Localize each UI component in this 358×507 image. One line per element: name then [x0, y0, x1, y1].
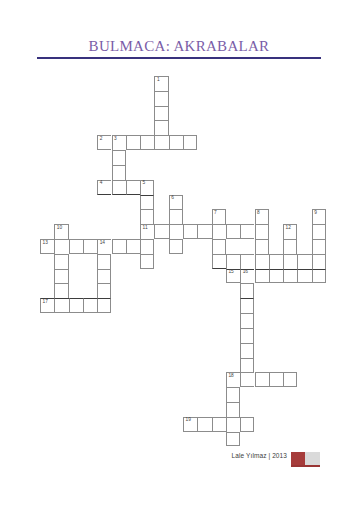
crossword-cell	[240, 372, 254, 387]
crossword-cell	[169, 224, 183, 239]
cell-number: 11	[143, 226, 148, 231]
cell-number: 16	[243, 270, 248, 275]
crossword-cell	[226, 254, 240, 269]
logo-underline-bar	[291, 465, 320, 467]
crossword-cell: 14	[97, 239, 111, 254]
crossword-cell	[169, 239, 183, 254]
crossword-cell	[255, 372, 269, 387]
crossword-cell	[226, 224, 240, 239]
crossword-cell	[255, 254, 269, 269]
cell-number: 13	[43, 241, 48, 246]
crossword-cell	[283, 239, 297, 254]
crossword-cell	[312, 239, 326, 254]
crossword-cell	[112, 150, 126, 165]
crossword-cell	[240, 254, 254, 269]
crossword-cell: 18	[226, 372, 240, 387]
crossword-cell	[126, 135, 140, 150]
crossword-cell	[54, 239, 68, 254]
crossword-cell	[54, 298, 68, 313]
crossword-cell	[140, 195, 154, 210]
crossword-cell	[226, 402, 240, 417]
crossword-cell: 16	[240, 269, 254, 284]
crossword-cell: 17	[40, 298, 54, 313]
crossword-cell	[97, 254, 111, 269]
crossword-cell	[126, 239, 140, 254]
cell-number: 9	[314, 211, 317, 216]
crossword-cell	[154, 91, 168, 106]
cell-number: 7	[214, 211, 217, 216]
crossword-cell	[240, 283, 254, 298]
crossword-cell	[255, 239, 269, 254]
crossword-cell	[269, 254, 283, 269]
crossword-cell: 9	[312, 209, 326, 224]
crossword-cell	[240, 417, 254, 432]
crossword-cell	[283, 269, 297, 284]
crossword-cell	[283, 254, 297, 269]
logo-red-square	[291, 452, 305, 465]
crossword-cell	[112, 165, 126, 180]
crossword-cell	[97, 283, 111, 298]
crossword-cell	[269, 372, 283, 387]
crossword-cell: 10	[54, 224, 68, 239]
crossword-cell	[140, 254, 154, 269]
cell-number: 18	[228, 374, 233, 379]
crossword-cell	[240, 313, 254, 328]
crossword-cell: 8	[255, 209, 269, 224]
cell-number: 15	[228, 270, 233, 275]
crossword-cell	[240, 358, 254, 373]
crossword-cell	[212, 254, 226, 269]
crossword-cell	[240, 328, 254, 343]
crossword-board: 12345678910111213141516171819	[40, 76, 327, 448]
crossword-cell	[183, 224, 197, 239]
crossword-cell	[126, 180, 140, 195]
logo-gray-square	[305, 452, 320, 465]
crossword-cell: 1	[154, 76, 168, 91]
crossword-cell	[226, 387, 240, 402]
cell-number: 1	[157, 78, 160, 83]
crossword-cell	[69, 298, 83, 313]
crossword-cell	[154, 106, 168, 121]
crossword-cell	[240, 298, 254, 313]
crossword-cell	[197, 417, 211, 432]
cell-number: 4	[100, 181, 103, 186]
crossword-cell: 7	[212, 209, 226, 224]
cell-number: 8	[257, 211, 260, 216]
crossword-cell	[154, 224, 168, 239]
footer-credit: Lale Yılmaz | 2013	[0, 452, 287, 459]
crossword-cell	[169, 209, 183, 224]
crossword-cell	[255, 269, 269, 284]
cell-number: 3	[114, 137, 117, 142]
crossword-cell	[240, 224, 254, 239]
crossword-cell	[297, 254, 311, 269]
crossword-cell	[183, 135, 197, 150]
crossword-cell: 5	[140, 180, 154, 195]
crossword-cell	[54, 269, 68, 284]
cell-number: 5	[143, 181, 146, 186]
crossword-cell	[312, 224, 326, 239]
crossword-cell	[240, 343, 254, 358]
cell-number: 17	[43, 300, 48, 305]
crossword-cell	[54, 254, 68, 269]
crossword-cell: 11	[140, 224, 154, 239]
crossword-cell	[154, 120, 168, 135]
crossword-cell	[312, 254, 326, 269]
crossword-cell	[212, 417, 226, 432]
crossword-cell	[226, 432, 240, 447]
crossword-cell	[197, 224, 211, 239]
crossword-cell	[283, 372, 297, 387]
crossword-cell	[297, 269, 311, 284]
crossword-cell: 6	[169, 195, 183, 210]
document-page: BULMACA: AKRABALAR 123456789101112131415…	[0, 0, 358, 507]
crossword-cell: 13	[40, 239, 54, 254]
cell-number: 2	[100, 137, 103, 142]
crossword-cell: 19	[183, 417, 197, 432]
crossword-cell	[140, 209, 154, 224]
crossword-cell	[97, 298, 111, 313]
crossword-cell	[212, 239, 226, 254]
crossword-cell	[154, 135, 168, 150]
crossword-cell: 12	[283, 224, 297, 239]
crossword-cell	[112, 239, 126, 254]
cell-number: 6	[171, 196, 174, 201]
crossword-cell	[269, 269, 283, 284]
crossword-cell	[226, 417, 240, 432]
crossword-cell: 2	[97, 135, 111, 150]
crossword-cell: 3	[112, 135, 126, 150]
cell-number: 12	[286, 226, 291, 231]
crossword-cell	[212, 224, 226, 239]
crossword-cell: 4	[97, 180, 111, 195]
crossword-cell	[54, 283, 68, 298]
title-underline	[37, 57, 321, 59]
page-title: BULMACA: AKRABALAR	[0, 38, 358, 55]
cell-number: 19	[186, 418, 191, 423]
crossword-cell	[312, 269, 326, 284]
crossword-cell	[97, 269, 111, 284]
crossword-cell	[112, 180, 126, 195]
crossword-cell	[255, 224, 269, 239]
cell-number: 14	[100, 241, 105, 246]
crossword-cell	[140, 135, 154, 150]
crossword-cell	[83, 298, 97, 313]
crossword-cell	[83, 239, 97, 254]
crossword-cell	[140, 239, 154, 254]
crossword-cell	[169, 135, 183, 150]
cell-number: 10	[57, 226, 62, 231]
crossword-cell: 15	[226, 269, 240, 284]
crossword-cell	[69, 239, 83, 254]
